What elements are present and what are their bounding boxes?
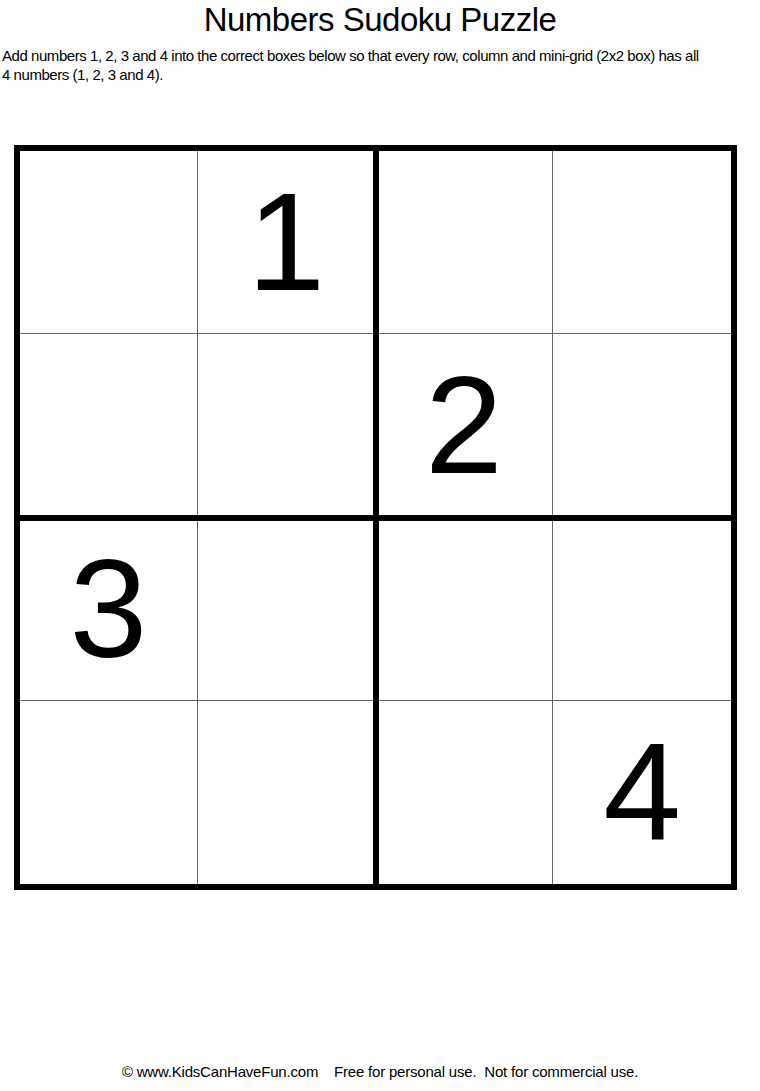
cell-r3c3[interactable] bbox=[376, 518, 554, 701]
cell-r4c1[interactable] bbox=[20, 701, 198, 884]
sudoku-board: 1 2 3 4 bbox=[14, 145, 737, 890]
cell-r4c3[interactable] bbox=[376, 701, 554, 884]
page-title: Numbers Sudoku Puzzle bbox=[0, 1, 760, 39]
cell-r1c2: 1 bbox=[198, 151, 376, 334]
cell-r1c1[interactable] bbox=[20, 151, 198, 334]
cell-r1c4[interactable] bbox=[553, 151, 731, 334]
cell-r3c1: 3 bbox=[20, 518, 198, 701]
cell-r2c2[interactable] bbox=[198, 334, 376, 517]
cell-r2c3: 2 bbox=[376, 334, 554, 517]
cell-r3c2[interactable] bbox=[198, 518, 376, 701]
footer-copyright: © www.KidsCanHaveFun.com Free for person… bbox=[0, 1063, 760, 1080]
cell-r2c1[interactable] bbox=[20, 334, 198, 517]
instructions-line-2: 4 numbers (1, 2, 3 and 4). bbox=[2, 66, 758, 85]
instructions: Add numbers 1, 2, 3 and 4 into the corre… bbox=[2, 47, 758, 84]
cell-r2c4[interactable] bbox=[553, 334, 731, 517]
cell-r1c3[interactable] bbox=[376, 151, 554, 334]
thick-horizontal-divider bbox=[20, 515, 731, 521]
instructions-line-1: Add numbers 1, 2, 3 and 4 into the corre… bbox=[2, 47, 758, 66]
cell-r3c4[interactable] bbox=[553, 518, 731, 701]
cell-r4c4: 4 bbox=[553, 701, 731, 884]
cell-r4c2[interactable] bbox=[198, 701, 376, 884]
